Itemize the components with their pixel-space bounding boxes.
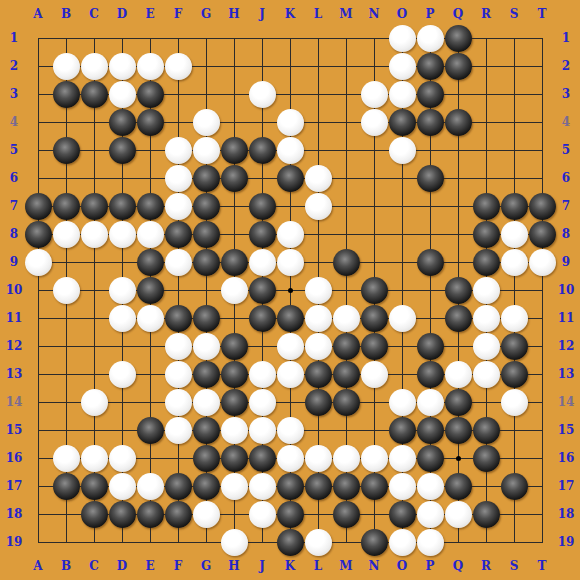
intersection-F14[interactable] [164,388,192,416]
intersection-D18[interactable] [108,500,136,528]
intersection-R18[interactable] [472,500,500,528]
intersection-Q15[interactable] [444,416,472,444]
intersection-L6[interactable] [304,164,332,192]
intersection-K1[interactable] [276,24,304,52]
intersection-D12[interactable] [108,332,136,360]
intersection-B16[interactable] [52,444,80,472]
intersection-G3[interactable] [192,80,220,108]
intersection-E19[interactable] [136,528,164,556]
intersection-K17[interactable] [276,472,304,500]
intersection-A7[interactable] [24,192,52,220]
intersection-K2[interactable] [276,52,304,80]
intersection-R9[interactable] [472,248,500,276]
intersection-K9[interactable] [276,248,304,276]
intersection-P2[interactable] [416,52,444,80]
intersection-K18[interactable] [276,500,304,528]
intersection-R6[interactable] [472,164,500,192]
intersection-P1[interactable] [416,24,444,52]
intersection-H8[interactable] [220,220,248,248]
intersection-R15[interactable] [472,416,500,444]
intersection-D8[interactable] [108,220,136,248]
intersection-Q1[interactable] [444,24,472,52]
intersection-K10[interactable] [276,276,304,304]
intersection-C4[interactable] [80,108,108,136]
intersection-S5[interactable] [500,136,528,164]
intersection-P7[interactable] [416,192,444,220]
intersection-P15[interactable] [416,416,444,444]
intersection-P6[interactable] [416,164,444,192]
intersection-T14[interactable] [528,388,556,416]
intersection-E10[interactable] [136,276,164,304]
intersection-M14[interactable] [332,388,360,416]
intersection-A1[interactable] [24,24,52,52]
intersection-H4[interactable] [220,108,248,136]
intersection-B12[interactable] [52,332,80,360]
intersection-E2[interactable] [136,52,164,80]
intersection-G14[interactable] [192,388,220,416]
intersection-K15[interactable] [276,416,304,444]
intersection-T15[interactable] [528,416,556,444]
intersection-T13[interactable] [528,360,556,388]
intersection-M3[interactable] [332,80,360,108]
intersection-Q13[interactable] [444,360,472,388]
intersection-L1[interactable] [304,24,332,52]
intersection-R19[interactable] [472,528,500,556]
intersection-E13[interactable] [136,360,164,388]
intersection-J4[interactable] [248,108,276,136]
intersection-R4[interactable] [472,108,500,136]
intersection-A3[interactable] [24,80,52,108]
intersection-B9[interactable] [52,248,80,276]
intersection-P16[interactable] [416,444,444,472]
intersection-P19[interactable] [416,528,444,556]
intersection-F6[interactable] [164,164,192,192]
intersection-P5[interactable] [416,136,444,164]
intersection-C12[interactable] [80,332,108,360]
intersection-L5[interactable] [304,136,332,164]
intersection-K13[interactable] [276,360,304,388]
intersection-D7[interactable] [108,192,136,220]
intersection-F9[interactable] [164,248,192,276]
intersection-G13[interactable] [192,360,220,388]
intersection-Q14[interactable] [444,388,472,416]
intersection-T5[interactable] [528,136,556,164]
intersection-S12[interactable] [500,332,528,360]
intersection-K14[interactable] [276,388,304,416]
intersection-C7[interactable] [80,192,108,220]
intersection-S11[interactable] [500,304,528,332]
intersection-F17[interactable] [164,472,192,500]
intersection-H12[interactable] [220,332,248,360]
intersection-S7[interactable] [500,192,528,220]
intersection-M7[interactable] [332,192,360,220]
intersection-K3[interactable] [276,80,304,108]
intersection-O4[interactable] [388,108,416,136]
intersection-J6[interactable] [248,164,276,192]
intersection-R14[interactable] [472,388,500,416]
intersection-R16[interactable] [472,444,500,472]
intersection-K8[interactable] [276,220,304,248]
intersection-D19[interactable] [108,528,136,556]
intersection-A15[interactable] [24,416,52,444]
intersection-L4[interactable] [304,108,332,136]
intersection-C17[interactable] [80,472,108,500]
intersection-K12[interactable] [276,332,304,360]
intersection-M11[interactable] [332,304,360,332]
intersection-L16[interactable] [304,444,332,472]
intersection-E14[interactable] [136,388,164,416]
intersection-H16[interactable] [220,444,248,472]
intersection-A4[interactable] [24,108,52,136]
intersection-T10[interactable] [528,276,556,304]
intersection-O3[interactable] [388,80,416,108]
intersection-F18[interactable] [164,500,192,528]
intersection-A19[interactable] [24,528,52,556]
intersection-J10[interactable] [248,276,276,304]
intersection-H1[interactable] [220,24,248,52]
intersection-J5[interactable] [248,136,276,164]
intersection-E9[interactable] [136,248,164,276]
intersection-F10[interactable] [164,276,192,304]
intersection-D16[interactable] [108,444,136,472]
intersection-N19[interactable] [360,528,388,556]
intersection-H7[interactable] [220,192,248,220]
intersection-B7[interactable] [52,192,80,220]
intersection-C8[interactable] [80,220,108,248]
intersection-L18[interactable] [304,500,332,528]
intersection-T9[interactable] [528,248,556,276]
intersection-O6[interactable] [388,164,416,192]
intersection-B18[interactable] [52,500,80,528]
intersection-H11[interactable] [220,304,248,332]
intersection-T12[interactable] [528,332,556,360]
intersection-S3[interactable] [500,80,528,108]
intersection-K6[interactable] [276,164,304,192]
intersection-A17[interactable] [24,472,52,500]
intersection-C9[interactable] [80,248,108,276]
intersection-C13[interactable] [80,360,108,388]
intersection-O17[interactable] [388,472,416,500]
intersection-B8[interactable] [52,220,80,248]
intersection-E12[interactable] [136,332,164,360]
intersection-S10[interactable] [500,276,528,304]
intersection-M5[interactable] [332,136,360,164]
intersection-Q9[interactable] [444,248,472,276]
intersection-A11[interactable] [24,304,52,332]
intersection-J16[interactable] [248,444,276,472]
intersection-N3[interactable] [360,80,388,108]
intersection-R10[interactable] [472,276,500,304]
intersection-F3[interactable] [164,80,192,108]
intersection-Q7[interactable] [444,192,472,220]
intersection-B10[interactable] [52,276,80,304]
intersection-F16[interactable] [164,444,192,472]
intersection-D11[interactable] [108,304,136,332]
intersection-N8[interactable] [360,220,388,248]
intersection-S1[interactable] [500,24,528,52]
intersection-S9[interactable] [500,248,528,276]
intersection-G6[interactable] [192,164,220,192]
intersection-J7[interactable] [248,192,276,220]
intersection-N13[interactable] [360,360,388,388]
intersection-F12[interactable] [164,332,192,360]
intersection-C18[interactable] [80,500,108,528]
intersection-S4[interactable] [500,108,528,136]
intersection-C6[interactable] [80,164,108,192]
intersection-M10[interactable] [332,276,360,304]
intersection-P13[interactable] [416,360,444,388]
intersection-T17[interactable] [528,472,556,500]
intersection-L2[interactable] [304,52,332,80]
intersection-K5[interactable] [276,136,304,164]
intersection-E16[interactable] [136,444,164,472]
intersection-H14[interactable] [220,388,248,416]
intersection-K7[interactable] [276,192,304,220]
intersection-D9[interactable] [108,248,136,276]
intersection-A10[interactable] [24,276,52,304]
intersection-G2[interactable] [192,52,220,80]
intersection-E6[interactable] [136,164,164,192]
intersection-N14[interactable] [360,388,388,416]
intersection-L7[interactable] [304,192,332,220]
intersection-F19[interactable] [164,528,192,556]
intersection-Q3[interactable] [444,80,472,108]
intersection-C5[interactable] [80,136,108,164]
intersection-L10[interactable] [304,276,332,304]
intersection-A9[interactable] [24,248,52,276]
intersection-F11[interactable] [164,304,192,332]
intersection-C1[interactable] [80,24,108,52]
intersection-H3[interactable] [220,80,248,108]
intersection-F13[interactable] [164,360,192,388]
intersection-J18[interactable] [248,500,276,528]
intersection-B3[interactable] [52,80,80,108]
intersection-C2[interactable] [80,52,108,80]
intersection-G5[interactable] [192,136,220,164]
intersection-M6[interactable] [332,164,360,192]
intersection-J17[interactable] [248,472,276,500]
intersection-G12[interactable] [192,332,220,360]
intersection-Q2[interactable] [444,52,472,80]
intersection-R12[interactable] [472,332,500,360]
intersection-E8[interactable] [136,220,164,248]
intersection-O5[interactable] [388,136,416,164]
intersection-E5[interactable] [136,136,164,164]
intersection-O16[interactable] [388,444,416,472]
intersection-N18[interactable] [360,500,388,528]
intersection-M1[interactable] [332,24,360,52]
intersection-D5[interactable] [108,136,136,164]
intersection-G16[interactable] [192,444,220,472]
intersection-O15[interactable] [388,416,416,444]
intersection-E7[interactable] [136,192,164,220]
intersection-D3[interactable] [108,80,136,108]
intersection-E17[interactable] [136,472,164,500]
intersection-D13[interactable] [108,360,136,388]
intersection-Q17[interactable] [444,472,472,500]
intersection-R3[interactable] [472,80,500,108]
intersection-J11[interactable] [248,304,276,332]
intersection-P18[interactable] [416,500,444,528]
intersection-E15[interactable] [136,416,164,444]
intersection-J8[interactable] [248,220,276,248]
intersection-F2[interactable] [164,52,192,80]
intersection-R1[interactable] [472,24,500,52]
intersection-M19[interactable] [332,528,360,556]
intersection-N12[interactable] [360,332,388,360]
intersection-Q11[interactable] [444,304,472,332]
intersection-N5[interactable] [360,136,388,164]
intersection-N16[interactable] [360,444,388,472]
intersection-N7[interactable] [360,192,388,220]
intersection-G19[interactable] [192,528,220,556]
intersection-E1[interactable] [136,24,164,52]
intersection-M4[interactable] [332,108,360,136]
intersection-C19[interactable] [80,528,108,556]
intersection-Q10[interactable] [444,276,472,304]
intersection-G10[interactable] [192,276,220,304]
intersection-R11[interactable] [472,304,500,332]
intersection-L14[interactable] [304,388,332,416]
intersection-N9[interactable] [360,248,388,276]
intersection-R2[interactable] [472,52,500,80]
intersection-T7[interactable] [528,192,556,220]
intersection-J9[interactable] [248,248,276,276]
intersection-C11[interactable] [80,304,108,332]
intersection-R8[interactable] [472,220,500,248]
intersection-Q12[interactable] [444,332,472,360]
intersection-H9[interactable] [220,248,248,276]
intersection-B14[interactable] [52,388,80,416]
intersection-B15[interactable] [52,416,80,444]
intersection-P9[interactable] [416,248,444,276]
intersection-J14[interactable] [248,388,276,416]
intersection-P8[interactable] [416,220,444,248]
intersection-P14[interactable] [416,388,444,416]
intersection-E18[interactable] [136,500,164,528]
intersection-J13[interactable] [248,360,276,388]
intersection-H6[interactable] [220,164,248,192]
intersection-K19[interactable] [276,528,304,556]
intersection-M2[interactable] [332,52,360,80]
intersection-L12[interactable] [304,332,332,360]
intersection-P3[interactable] [416,80,444,108]
intersection-S2[interactable] [500,52,528,80]
intersection-L3[interactable] [304,80,332,108]
intersection-G4[interactable] [192,108,220,136]
intersection-S13[interactable] [500,360,528,388]
intersection-O2[interactable] [388,52,416,80]
intersection-C10[interactable] [80,276,108,304]
intersection-F8[interactable] [164,220,192,248]
intersection-M12[interactable] [332,332,360,360]
intersection-O14[interactable] [388,388,416,416]
intersection-O7[interactable] [388,192,416,220]
intersection-O1[interactable] [388,24,416,52]
intersection-Q5[interactable] [444,136,472,164]
intersection-D2[interactable] [108,52,136,80]
intersection-C16[interactable] [80,444,108,472]
intersection-L17[interactable] [304,472,332,500]
intersection-A12[interactable] [24,332,52,360]
intersection-H15[interactable] [220,416,248,444]
intersection-L19[interactable] [304,528,332,556]
intersection-Q8[interactable] [444,220,472,248]
intersection-K16[interactable] [276,444,304,472]
intersection-E11[interactable] [136,304,164,332]
intersection-S14[interactable] [500,388,528,416]
intersection-M15[interactable] [332,416,360,444]
intersection-Q6[interactable] [444,164,472,192]
intersection-L11[interactable] [304,304,332,332]
intersection-C3[interactable] [80,80,108,108]
intersection-M9[interactable] [332,248,360,276]
intersection-Q18[interactable] [444,500,472,528]
intersection-R5[interactable] [472,136,500,164]
intersection-O13[interactable] [388,360,416,388]
intersection-D4[interactable] [108,108,136,136]
intersection-H10[interactable] [220,276,248,304]
intersection-P4[interactable] [416,108,444,136]
intersection-L9[interactable] [304,248,332,276]
intersection-J1[interactable] [248,24,276,52]
intersection-D6[interactable] [108,164,136,192]
intersection-K4[interactable] [276,108,304,136]
intersection-T2[interactable] [528,52,556,80]
intersection-C15[interactable] [80,416,108,444]
intersection-H5[interactable] [220,136,248,164]
intersection-P10[interactable] [416,276,444,304]
intersection-G15[interactable] [192,416,220,444]
intersection-D1[interactable] [108,24,136,52]
intersection-N1[interactable] [360,24,388,52]
intersection-B11[interactable] [52,304,80,332]
intersection-N6[interactable] [360,164,388,192]
intersection-B13[interactable] [52,360,80,388]
intersection-B1[interactable] [52,24,80,52]
intersection-L15[interactable] [304,416,332,444]
intersection-P17[interactable] [416,472,444,500]
intersection-O12[interactable] [388,332,416,360]
intersection-B4[interactable] [52,108,80,136]
intersection-Q4[interactable] [444,108,472,136]
intersection-A6[interactable] [24,164,52,192]
intersection-M18[interactable] [332,500,360,528]
intersection-J15[interactable] [248,416,276,444]
intersection-S8[interactable] [500,220,528,248]
intersection-A2[interactable] [24,52,52,80]
intersection-A16[interactable] [24,444,52,472]
intersection-T11[interactable] [528,304,556,332]
intersection-J3[interactable] [248,80,276,108]
intersection-G17[interactable] [192,472,220,500]
intersection-N11[interactable] [360,304,388,332]
intersection-E3[interactable] [136,80,164,108]
intersection-T16[interactable] [528,444,556,472]
intersection-T1[interactable] [528,24,556,52]
intersection-H2[interactable] [220,52,248,80]
intersection-T19[interactable] [528,528,556,556]
intersection-O11[interactable] [388,304,416,332]
intersection-S15[interactable] [500,416,528,444]
intersection-R17[interactable] [472,472,500,500]
intersection-T8[interactable] [528,220,556,248]
intersection-F1[interactable] [164,24,192,52]
intersection-A8[interactable] [24,220,52,248]
intersection-D14[interactable] [108,388,136,416]
intersection-B19[interactable] [52,528,80,556]
intersection-A5[interactable] [24,136,52,164]
